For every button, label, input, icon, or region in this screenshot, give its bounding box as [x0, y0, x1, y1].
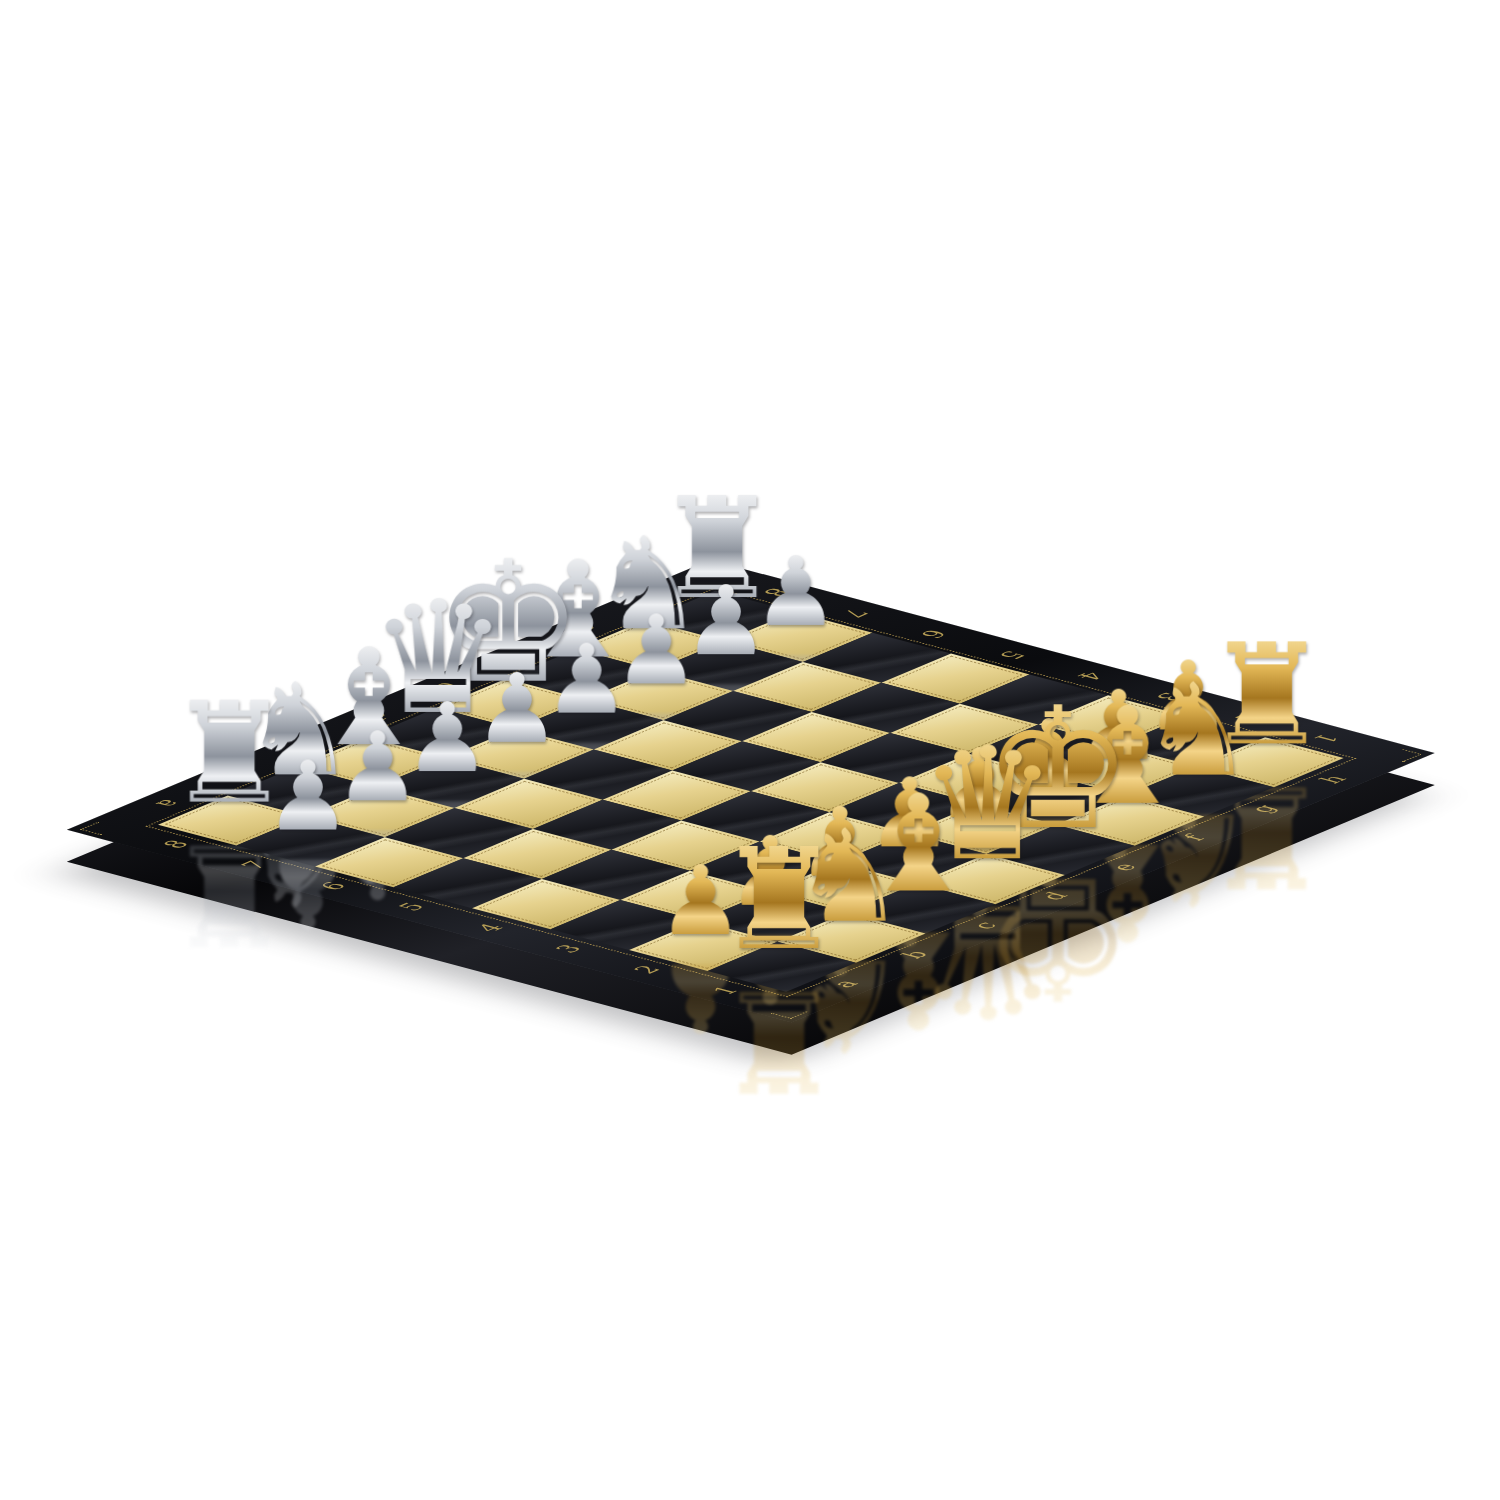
- chess-board: ♜♜♟♟♟♟♜♜♞♞♟♟♟♟♞♞♝♝♟♟♟♟♝♝♚♚♟♟♟♟♚♚♛♛♟♟♟♟♛♛…: [67, 560, 1435, 1023]
- silver-pawn-glyph: ♟: [223, 749, 393, 845]
- gold-rook-glyph: ♜: [694, 830, 864, 970]
- product-photo-scene: ♜♜♟♟♟♟♜♜♞♞♟♟♟♟♞♞♝♝♟♟♟♟♝♝♚♚♟♟♟♟♚♚♛♛♟♟♟♟♛♛…: [0, 0, 1500, 1500]
- piece-reflection: ♜: [694, 970, 864, 1110]
- board-grid: ♜♜♟♟♟♟♜♜♞♞♟♟♟♟♞♞♝♝♟♟♟♟♝♝♚♚♟♟♟♟♚♚♛♛♟♟♟♟♛♛…: [158, 591, 1344, 992]
- square-a1[interactable]: ♜♜: [708, 942, 856, 992]
